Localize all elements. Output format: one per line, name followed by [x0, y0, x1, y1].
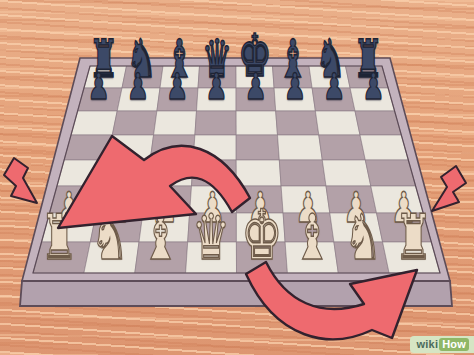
- square-c6: [154, 111, 197, 135]
- square-c3: [143, 186, 192, 213]
- square-b4: [102, 160, 150, 186]
- square-e3: [236, 186, 283, 213]
- square-c2: [139, 213, 190, 242]
- square-e2: [236, 213, 285, 242]
- square-g2: [330, 213, 383, 242]
- square-h8: [346, 66, 389, 88]
- square-a4: [57, 160, 107, 186]
- square-d6: [195, 111, 236, 135]
- square-c7: [157, 88, 198, 111]
- square-e7: [236, 88, 276, 111]
- square-g5: [319, 135, 366, 160]
- square-d7: [197, 88, 237, 111]
- square-f6: [276, 111, 319, 135]
- chess-board: [0, 0, 474, 355]
- square-a8: [84, 66, 127, 88]
- square-g6: [315, 111, 360, 135]
- square-f3: [281, 186, 330, 213]
- chess-castling-illustration: ♜♞♝♛♚♝♞♜♟♟♟♟♟♟♟♟♟♟♟♟♟♟♟♟♜♞♝♛♚♝♞♜ wikiHow: [0, 0, 474, 355]
- square-g7: [312, 88, 355, 111]
- square-a6: [71, 111, 117, 135]
- square-d8: [198, 66, 236, 88]
- square-b3: [96, 186, 146, 213]
- square-b1: [84, 242, 139, 273]
- square-g1: [334, 242, 389, 273]
- square-f8: [273, 66, 313, 88]
- square-h6: [355, 111, 401, 135]
- board-squares: [33, 66, 440, 273]
- square-d1: [186, 242, 237, 273]
- square-h7: [350, 88, 395, 111]
- wikihow-watermark: wikiHow: [410, 336, 474, 353]
- square-c5: [150, 135, 195, 160]
- square-h1: [383, 242, 440, 273]
- square-a1: [33, 242, 90, 273]
- square-h2: [377, 213, 432, 242]
- square-e5: [236, 135, 279, 160]
- square-h4: [365, 160, 415, 186]
- square-g8: [309, 66, 350, 88]
- square-c1: [135, 242, 188, 273]
- square-b7: [117, 88, 160, 111]
- square-a5: [64, 135, 112, 160]
- square-b8: [122, 66, 163, 88]
- square-b5: [107, 135, 154, 160]
- square-a7: [78, 88, 122, 111]
- square-b2: [90, 213, 143, 242]
- square-h5: [360, 135, 408, 160]
- square-g4: [322, 160, 371, 186]
- square-f2: [283, 213, 334, 242]
- square-a2: [42, 213, 97, 242]
- square-c4: [147, 160, 194, 186]
- board-front-side: [20, 281, 452, 306]
- square-h3: [371, 186, 423, 213]
- square-e4: [236, 160, 281, 186]
- square-d4: [192, 160, 237, 186]
- watermark-wiki-text: wiki: [417, 338, 439, 350]
- square-f7: [274, 88, 315, 111]
- square-d2: [188, 213, 237, 242]
- square-b6: [112, 111, 157, 135]
- square-d3: [190, 186, 237, 213]
- square-d5: [193, 135, 236, 160]
- square-g3: [326, 186, 377, 213]
- square-e6: [236, 111, 277, 135]
- square-c8: [160, 66, 200, 88]
- square-f5: [278, 135, 323, 160]
- watermark-how-text: How: [439, 338, 469, 351]
- square-e8: [236, 66, 274, 88]
- square-f1: [285, 242, 338, 273]
- square-e1: [236, 242, 287, 273]
- square-a3: [50, 186, 102, 213]
- square-f4: [279, 160, 326, 186]
